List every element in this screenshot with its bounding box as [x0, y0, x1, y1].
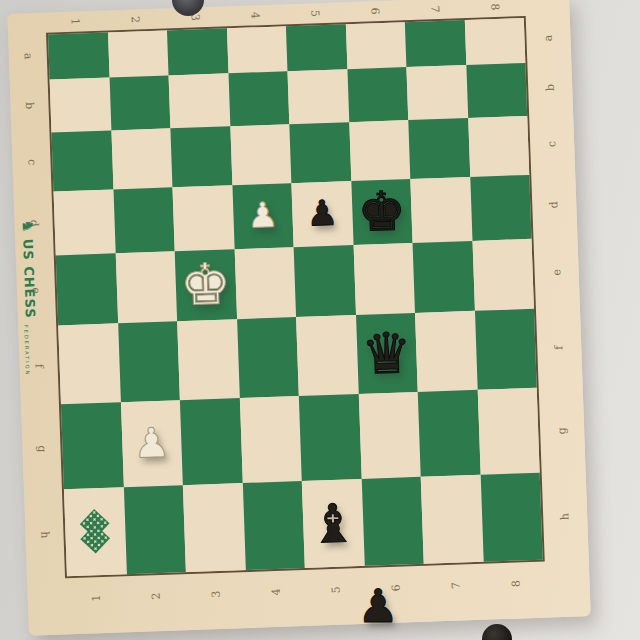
square-f8[interactable] — [474, 309, 536, 390]
square-e8[interactable] — [472, 238, 534, 310]
square-b6[interactable] — [347, 68, 408, 122]
board-mat: 12345678 12345678 abcdefgh abcdefgh ♞ US… — [7, 0, 590, 636]
square-e5[interactable] — [294, 245, 356, 317]
square-b2[interactable] — [109, 76, 170, 130]
square-b5[interactable] — [288, 70, 349, 124]
square-a2[interactable] — [108, 30, 169, 78]
square-d4[interactable]: ♟ — [232, 183, 294, 248]
square-g3[interactable] — [180, 398, 242, 485]
us-chess-corner-logo — [84, 516, 106, 547]
square-c2[interactable] — [111, 128, 173, 189]
square-c6[interactable] — [349, 120, 411, 181]
square-b7[interactable] — [406, 66, 467, 120]
offboard-piece-bottom-right[interactable] — [482, 624, 512, 640]
square-c5[interactable] — [289, 122, 351, 183]
square-f2[interactable] — [118, 321, 180, 402]
rank-labels-bottom: 12345678 — [65, 570, 546, 613]
wordmark-text: US CHESS — [21, 239, 39, 319]
square-e6[interactable] — [353, 243, 415, 315]
black-bishop[interactable]: ♝ — [309, 500, 358, 547]
square-h6[interactable] — [361, 477, 424, 566]
square-h7[interactable] — [421, 475, 484, 564]
square-h2[interactable] — [123, 485, 186, 574]
square-g2[interactable]: ♟ — [120, 400, 182, 487]
square-c7[interactable] — [408, 118, 470, 179]
white-king[interactable]: ♚ — [179, 260, 232, 310]
square-b4[interactable] — [228, 72, 289, 126]
knight-logo-icon: ♞ — [20, 219, 35, 233]
coord-label-right-a: a — [525, 15, 572, 61]
square-h8[interactable] — [480, 473, 543, 562]
black-king[interactable]: ♚ — [357, 188, 407, 236]
square-d2[interactable] — [113, 188, 175, 253]
square-c4[interactable] — [230, 124, 292, 185]
square-d3[interactable] — [172, 186, 234, 251]
square-g5[interactable] — [299, 394, 361, 481]
square-d6[interactable]: ♚ — [351, 179, 413, 244]
square-b8[interactable] — [466, 63, 527, 117]
playing-area: ♟♟♚♚♛♟♝ — [46, 16, 545, 578]
wordmark-subtext: FEDERATION — [20, 325, 31, 377]
square-a1[interactable] — [48, 33, 109, 81]
square-a7[interactable] — [405, 20, 466, 68]
square-c3[interactable] — [170, 126, 232, 187]
captured-black-pawn[interactable]: ♟ — [352, 572, 404, 640]
square-f6[interactable]: ♛ — [356, 313, 418, 394]
square-e3[interactable]: ♚ — [175, 249, 237, 321]
square-d1[interactable] — [54, 190, 116, 255]
square-a4[interactable] — [226, 26, 287, 74]
square-e2[interactable] — [115, 251, 177, 323]
square-f4[interactable] — [237, 317, 299, 398]
black-pawn[interactable]: ♟ — [306, 199, 338, 230]
square-h4[interactable] — [242, 481, 305, 570]
square-c1[interactable] — [51, 130, 113, 191]
square-b1[interactable] — [50, 78, 111, 132]
square-c8[interactable] — [468, 116, 530, 177]
white-pawn[interactable]: ♟ — [247, 201, 279, 232]
square-f1[interactable] — [58, 323, 120, 404]
black-queen[interactable]: ♛ — [361, 329, 413, 378]
square-h3[interactable] — [183, 483, 246, 572]
square-e1[interactable] — [56, 253, 118, 325]
square-h5[interactable]: ♝ — [302, 479, 365, 568]
coord-label-right-b: b — [523, 64, 577, 110]
square-b3[interactable] — [169, 74, 230, 128]
square-g7[interactable] — [418, 390, 480, 477]
square-d7[interactable] — [410, 177, 472, 242]
square-g4[interactable] — [239, 396, 301, 483]
square-h1[interactable] — [64, 487, 127, 576]
square-a3[interactable] — [167, 28, 228, 76]
square-d5[interactable]: ♟ — [291, 181, 353, 246]
table-surface: 12345678 12345678 abcdefgh abcdefgh ♞ US… — [0, 0, 640, 640]
square-e7[interactable] — [413, 240, 475, 312]
square-g8[interactable] — [477, 388, 539, 475]
square-a8[interactable] — [464, 18, 525, 66]
square-f5[interactable] — [296, 315, 358, 396]
white-pawn[interactable]: ♟ — [133, 426, 171, 462]
square-a5[interactable] — [286, 24, 347, 72]
square-d8[interactable] — [470, 175, 532, 240]
square-a6[interactable] — [345, 22, 406, 70]
coord-label-left-a: a — [4, 36, 51, 76]
square-f7[interactable] — [415, 311, 477, 392]
square-f3[interactable] — [177, 319, 239, 400]
square-g1[interactable] — [61, 402, 123, 489]
square-e4[interactable] — [234, 247, 296, 319]
square-g6[interactable] — [358, 392, 420, 479]
